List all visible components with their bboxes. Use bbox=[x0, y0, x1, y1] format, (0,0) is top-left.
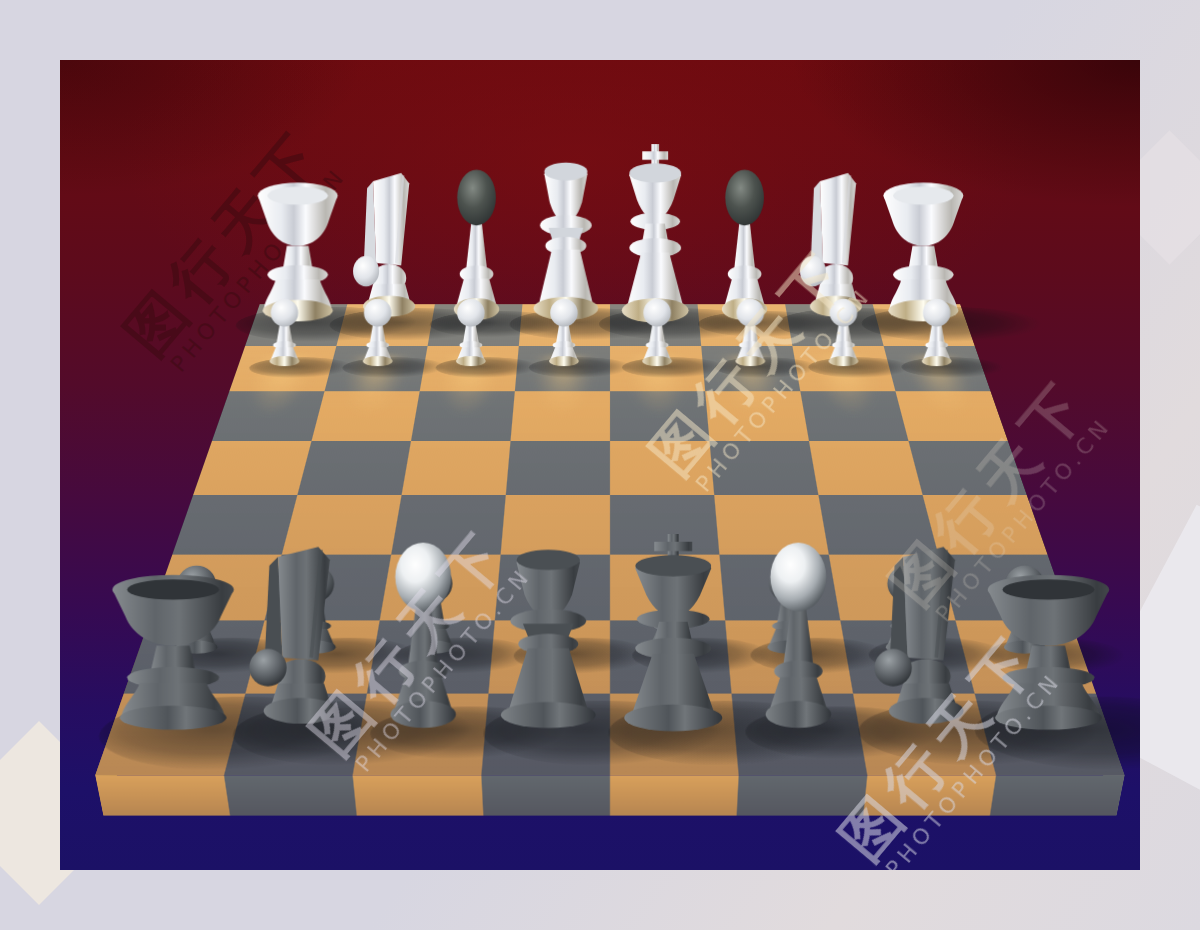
black-queen-sprite bbox=[484, 545, 610, 733]
chess-render-image: 图行天下PHOTOPHOTO.CN图行天下PHOTOPHOTO.CN图行天下PH… bbox=[60, 60, 1140, 870]
square-b4 bbox=[297, 441, 411, 495]
square-e4 bbox=[610, 441, 714, 495]
white-pawn-sprite bbox=[448, 296, 492, 368]
square-a3 bbox=[212, 391, 324, 440]
black-rook-sprite bbox=[974, 560, 1121, 734]
white-pawn-sprite bbox=[914, 296, 958, 368]
white-pawn-sprite bbox=[262, 296, 306, 368]
chess-board bbox=[95, 304, 1124, 775]
square-d4 bbox=[506, 441, 610, 495]
white-pawn-sprite bbox=[355, 296, 399, 368]
square-h4 bbox=[908, 441, 1026, 495]
white-pawn-sprite bbox=[635, 296, 679, 368]
black-bishop-sprite bbox=[749, 539, 846, 733]
square-f3 bbox=[705, 391, 809, 440]
white-pawn-sprite bbox=[728, 296, 772, 368]
stock-photo-frame: 图行天下PHOTOPHOTO.CN图行天下PHOTOPHOTO.CN图行天下PH… bbox=[0, 0, 1200, 930]
square-b3 bbox=[312, 391, 420, 440]
black-knight-sprite bbox=[859, 539, 985, 733]
black-king-sprite bbox=[609, 533, 735, 733]
black-knight-sprite bbox=[234, 539, 360, 733]
square-c4 bbox=[402, 441, 511, 495]
white-pawn-sprite bbox=[821, 296, 865, 368]
square-c3 bbox=[411, 391, 515, 440]
black-rook-sprite bbox=[99, 560, 246, 734]
square-d3 bbox=[511, 391, 610, 440]
square-h3 bbox=[895, 391, 1007, 440]
square-f4 bbox=[709, 441, 818, 495]
board-front-edge bbox=[95, 775, 1124, 816]
chess-scene bbox=[60, 60, 1140, 870]
square-g3 bbox=[800, 391, 908, 440]
square-e3 bbox=[610, 391, 709, 440]
black-bishop-sprite bbox=[374, 539, 471, 733]
square-g4 bbox=[809, 441, 923, 495]
square-a4 bbox=[193, 441, 311, 495]
white-pawn-sprite bbox=[542, 296, 586, 368]
